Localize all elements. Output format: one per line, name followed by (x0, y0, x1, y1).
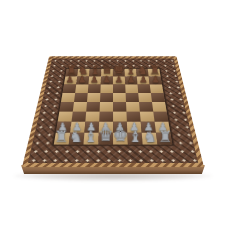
piece-black-pawn[interactable]: ♟ (100, 75, 112, 84)
square-c7[interactable]: ♟ (88, 76, 101, 84)
square-d7[interactable]: ♟ (100, 76, 112, 84)
piece-black-pawn[interactable]: ♟ (88, 75, 100, 84)
square-a6[interactable] (62, 84, 76, 93)
square-e7[interactable]: ♟ (113, 76, 125, 84)
chess-board: ♜♞♝♛♚♝♞♜♟♟♟♟♟♟♟♟♟♟♟♟♟♟♟♟♜♞♝♛♚♝♞♜ (21, 56, 203, 167)
piece-black-pawn[interactable]: ♟ (137, 75, 149, 84)
product-photo: ♜♞♝♛♚♝♞♜♟♟♟♟♟♟♟♟♟♟♟♟♟♟♟♟♜♞♝♛♚♝♞♜ (0, 0, 225, 225)
square-d1[interactable]: ♛ (98, 133, 113, 145)
square-f6[interactable] (125, 84, 138, 93)
square-f7[interactable]: ♟ (124, 76, 137, 84)
square-c1[interactable]: ♝ (83, 133, 98, 145)
square-h5[interactable] (150, 93, 164, 102)
piece-white-rook[interactable]: ♜ (157, 129, 172, 144)
piece-white-knight[interactable]: ♞ (142, 129, 157, 144)
square-e6[interactable] (113, 84, 126, 93)
piece-black-pawn[interactable]: ♟ (113, 75, 125, 84)
square-e5[interactable] (113, 93, 126, 102)
square-f5[interactable] (125, 93, 138, 102)
square-a5[interactable] (61, 93, 75, 102)
piece-white-knight[interactable]: ♞ (68, 129, 83, 144)
square-b7[interactable]: ♟ (76, 76, 89, 84)
piece-black-pawn[interactable]: ♟ (125, 75, 137, 84)
square-e1[interactable]: ♚ (113, 133, 128, 145)
piece-white-queen[interactable]: ♛ (98, 127, 113, 144)
square-g6[interactable] (137, 84, 150, 93)
piece-white-bishop[interactable]: ♝ (127, 129, 142, 144)
piece-black-pawn[interactable]: ♟ (63, 75, 75, 84)
square-h6[interactable] (149, 84, 163, 93)
square-f1[interactable]: ♝ (127, 133, 142, 145)
square-g5[interactable] (138, 93, 152, 102)
square-b5[interactable] (74, 93, 88, 102)
piece-white-rook[interactable]: ♜ (53, 129, 68, 144)
board-scene: ♜♞♝♛♚♝♞♜♟♟♟♟♟♟♟♟♟♟♟♟♟♟♟♟♜♞♝♛♚♝♞♜ (0, 0, 225, 225)
piece-white-bishop[interactable]: ♝ (83, 129, 98, 144)
square-c6[interactable] (87, 84, 100, 93)
square-d6[interactable] (100, 84, 113, 93)
piece-black-pawn[interactable]: ♟ (149, 75, 161, 84)
square-b6[interactable] (75, 84, 88, 93)
square-b1[interactable]: ♞ (68, 133, 84, 145)
square-c5[interactable] (87, 93, 100, 102)
square-h7[interactable]: ♟ (148, 76, 161, 84)
square-a1[interactable]: ♜ (53, 133, 69, 145)
square-g7[interactable]: ♟ (136, 76, 149, 84)
square-d5[interactable] (100, 93, 113, 102)
piece-white-king[interactable]: ♚ (113, 127, 128, 144)
square-a7[interactable]: ♟ (63, 76, 76, 84)
square-h1[interactable]: ♜ (155, 133, 171, 145)
piece-black-pawn[interactable]: ♟ (76, 75, 88, 84)
square-g1[interactable]: ♞ (141, 133, 157, 145)
